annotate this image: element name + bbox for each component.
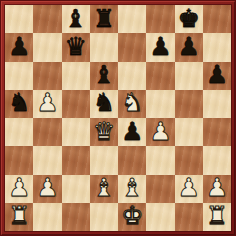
square-h3[interactable] — [203, 146, 231, 174]
square-g4[interactable] — [175, 118, 203, 146]
square-g1[interactable] — [175, 203, 203, 231]
square-a7[interactable]: ♟ — [5, 33, 33, 61]
square-g8[interactable]: ♚ — [175, 5, 203, 33]
square-c8[interactable]: ♝ — [62, 5, 90, 33]
piece-black-bishop[interactable]: ♝ — [93, 62, 115, 87]
square-a3[interactable] — [5, 146, 33, 174]
piece-black-pawn[interactable]: ♟ — [177, 34, 199, 59]
piece-white-king[interactable]: ♚ — [121, 203, 143, 228]
piece-white-pawn[interactable]: ♟ — [36, 175, 58, 200]
square-h7[interactable] — [203, 33, 231, 61]
square-e4[interactable]: ♟ — [118, 118, 146, 146]
square-g6[interactable] — [175, 62, 203, 90]
piece-black-rook[interactable]: ♜ — [93, 6, 115, 31]
square-e3[interactable] — [118, 146, 146, 174]
piece-white-pawn[interactable]: ♟ — [177, 175, 199, 200]
square-f4[interactable]: ♟ — [146, 118, 174, 146]
square-e2[interactable]: ♝ — [118, 175, 146, 203]
square-f3[interactable] — [146, 146, 174, 174]
square-h5[interactable] — [203, 90, 231, 118]
square-f6[interactable] — [146, 62, 174, 90]
piece-white-pawn[interactable]: ♟ — [149, 119, 171, 144]
piece-white-pawn[interactable]: ♟ — [36, 90, 58, 115]
piece-black-pawn[interactable]: ♟ — [8, 34, 30, 59]
piece-black-king[interactable]: ♚ — [177, 6, 199, 31]
square-e1[interactable]: ♚ — [118, 203, 146, 231]
square-c2[interactable] — [62, 175, 90, 203]
square-b1[interactable] — [33, 203, 61, 231]
square-d5[interactable]: ♞ — [90, 90, 118, 118]
square-a6[interactable] — [5, 62, 33, 90]
square-g3[interactable] — [175, 146, 203, 174]
square-e8[interactable] — [118, 5, 146, 33]
piece-white-knight[interactable]: ♞ — [121, 90, 143, 115]
square-e5[interactable]: ♞ — [118, 90, 146, 118]
square-f5[interactable] — [146, 90, 174, 118]
square-b5[interactable]: ♟ — [33, 90, 61, 118]
square-a5[interactable]: ♞ — [5, 90, 33, 118]
square-f7[interactable]: ♟ — [146, 33, 174, 61]
square-a8[interactable] — [5, 5, 33, 33]
square-d6[interactable]: ♝ — [90, 62, 118, 90]
square-c6[interactable] — [62, 62, 90, 90]
square-b8[interactable] — [33, 5, 61, 33]
square-g7[interactable]: ♟ — [175, 33, 203, 61]
square-b6[interactable] — [33, 62, 61, 90]
square-b3[interactable] — [33, 146, 61, 174]
square-c4[interactable] — [62, 118, 90, 146]
square-f1[interactable] — [146, 203, 174, 231]
square-a1[interactable]: ♜ — [5, 203, 33, 231]
square-b4[interactable] — [33, 118, 61, 146]
square-e6[interactable] — [118, 62, 146, 90]
piece-black-bishop[interactable]: ♝ — [64, 6, 86, 31]
piece-black-pawn[interactable]: ♟ — [206, 62, 228, 87]
piece-black-pawn[interactable]: ♟ — [149, 34, 171, 59]
piece-white-rook[interactable]: ♜ — [8, 203, 30, 228]
square-b7[interactable] — [33, 33, 61, 61]
square-c5[interactable] — [62, 90, 90, 118]
square-d4[interactable]: ♛ — [90, 118, 118, 146]
square-d7[interactable] — [90, 33, 118, 61]
square-h8[interactable] — [203, 5, 231, 33]
square-g2[interactable]: ♟ — [175, 175, 203, 203]
square-c1[interactable] — [62, 203, 90, 231]
square-a4[interactable] — [5, 118, 33, 146]
square-c7[interactable]: ♛ — [62, 33, 90, 61]
square-f8[interactable] — [146, 5, 174, 33]
square-h6[interactable]: ♟ — [203, 62, 231, 90]
square-b2[interactable]: ♟ — [33, 175, 61, 203]
piece-white-bishop[interactable]: ♝ — [121, 175, 143, 200]
square-e7[interactable] — [118, 33, 146, 61]
square-c3[interactable] — [62, 146, 90, 174]
square-h1[interactable]: ♜ — [203, 203, 231, 231]
piece-white-queen[interactable]: ♛ — [93, 119, 115, 144]
chess-board: ♝♜♚♟♛♟♟♝♟♞♟♞♞♛♟♟♟♟♝♝♟♟♜♚♜ — [5, 5, 231, 231]
square-f2[interactable] — [146, 175, 174, 203]
piece-white-bishop[interactable]: ♝ — [93, 175, 115, 200]
square-a2[interactable]: ♟ — [5, 175, 33, 203]
piece-black-knight[interactable]: ♞ — [93, 90, 115, 115]
square-d8[interactable]: ♜ — [90, 5, 118, 33]
chess-board-frame: ♝♜♚♟♛♟♟♝♟♞♟♞♞♛♟♟♟♟♝♝♟♟♜♚♜ — [0, 0, 236, 236]
piece-white-pawn[interactable]: ♟ — [8, 175, 30, 200]
square-h4[interactable] — [203, 118, 231, 146]
square-g5[interactable] — [175, 90, 203, 118]
square-d3[interactable] — [90, 146, 118, 174]
piece-white-rook[interactable]: ♜ — [206, 203, 228, 228]
square-d2[interactable]: ♝ — [90, 175, 118, 203]
piece-white-pawn[interactable]: ♟ — [206, 175, 228, 200]
piece-black-pawn[interactable]: ♟ — [121, 119, 143, 144]
square-h2[interactable]: ♟ — [203, 175, 231, 203]
square-d1[interactable] — [90, 203, 118, 231]
piece-black-queen[interactable]: ♛ — [64, 34, 86, 59]
piece-black-knight[interactable]: ♞ — [8, 90, 30, 115]
